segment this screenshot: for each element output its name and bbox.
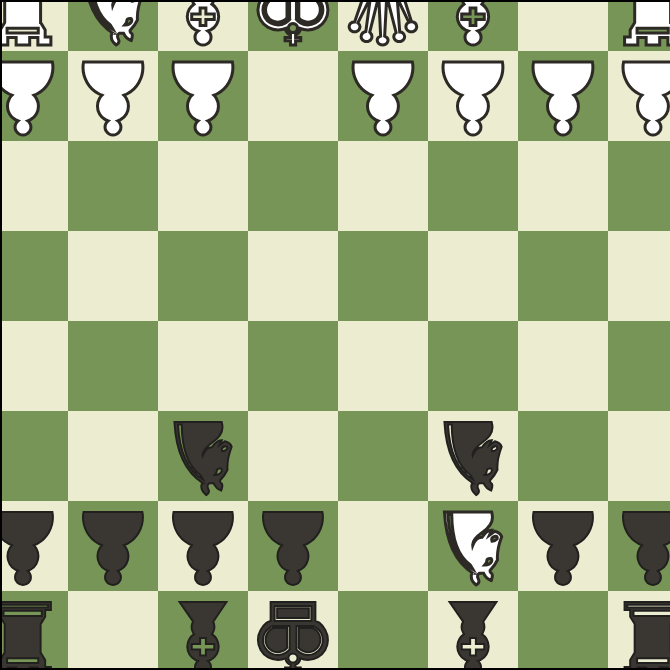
square-d4[interactable] [338,231,428,321]
white-pawn[interactable]: ♟ [338,46,428,146]
square-c3[interactable] [428,141,518,231]
square-b5[interactable] [518,321,608,411]
white-pawn[interactable]: ♟ [158,46,248,146]
square-h8[interactable]: ♜ [0,591,68,670]
square-g7[interactable]: ♟ [68,501,158,591]
square-d7[interactable] [338,501,428,591]
square-c4[interactable] [428,231,518,321]
white-pawn[interactable]: ♟ [608,46,670,146]
square-a8[interactable]: ♜ [608,591,670,670]
square-b2[interactable]: ♟ [518,51,608,141]
square-a5[interactable] [608,321,670,411]
square-b7[interactable]: ♟ [518,501,608,591]
square-e8[interactable]: ♚ [248,591,338,670]
window-edge-left [0,0,2,670]
square-d8[interactable] [338,591,428,670]
square-h2[interactable]: ♟ [0,51,68,141]
square-a2[interactable]: ♟ [608,51,670,141]
white-pawn[interactable]: ♟ [518,46,608,146]
white-pawn[interactable]: ♟ [0,46,68,146]
square-f4[interactable] [158,231,248,321]
square-c2[interactable]: ♟ [428,51,518,141]
square-h5[interactable] [0,321,68,411]
square-h3[interactable] [0,141,68,231]
square-g3[interactable] [68,141,158,231]
square-c8[interactable]: ♝ [428,591,518,670]
square-f8[interactable]: ♝ [158,591,248,670]
board-viewport: ♜♞♝♚♛♝♜♟♟♟♟♟♟♟♞♞♟♟♟♟♞♟♟♜♝♚♝♜ [0,0,670,670]
black-king[interactable]: ♚ [248,586,338,670]
square-a3[interactable] [608,141,670,231]
white-king[interactable]: ♚ [248,0,338,56]
white-pawn[interactable]: ♟ [68,46,158,146]
square-d6[interactable] [338,411,428,501]
square-e2[interactable] [248,51,338,141]
square-b8[interactable] [518,591,608,670]
black-bishop[interactable]: ♝ [428,586,518,670]
square-a4[interactable] [608,231,670,321]
black-pawn[interactable]: ♟ [518,496,608,596]
square-e1[interactable]: ♚ [248,0,338,51]
square-e5[interactable] [248,321,338,411]
square-d5[interactable] [338,321,428,411]
square-d2[interactable]: ♟ [338,51,428,141]
square-h4[interactable] [0,231,68,321]
square-f3[interactable] [158,141,248,231]
square-g8[interactable] [68,591,158,670]
square-e3[interactable] [248,141,338,231]
black-pawn[interactable]: ♟ [68,496,158,596]
square-f2[interactable]: ♟ [158,51,248,141]
chess-board: ♜♞♝♚♛♝♜♟♟♟♟♟♟♟♞♞♟♟♟♟♞♟♟♜♝♚♝♜ [0,0,670,670]
square-e4[interactable] [248,231,338,321]
black-bishop[interactable]: ♝ [158,586,248,670]
square-g5[interactable] [68,321,158,411]
square-b3[interactable] [518,141,608,231]
window-edge-top [0,0,670,2]
black-rook[interactable]: ♜ [0,586,68,670]
black-rook[interactable]: ♜ [608,586,670,670]
white-pawn[interactable]: ♟ [428,46,518,146]
square-g2[interactable]: ♟ [68,51,158,141]
square-g4[interactable] [68,231,158,321]
square-b4[interactable] [518,231,608,321]
square-d3[interactable] [338,141,428,231]
